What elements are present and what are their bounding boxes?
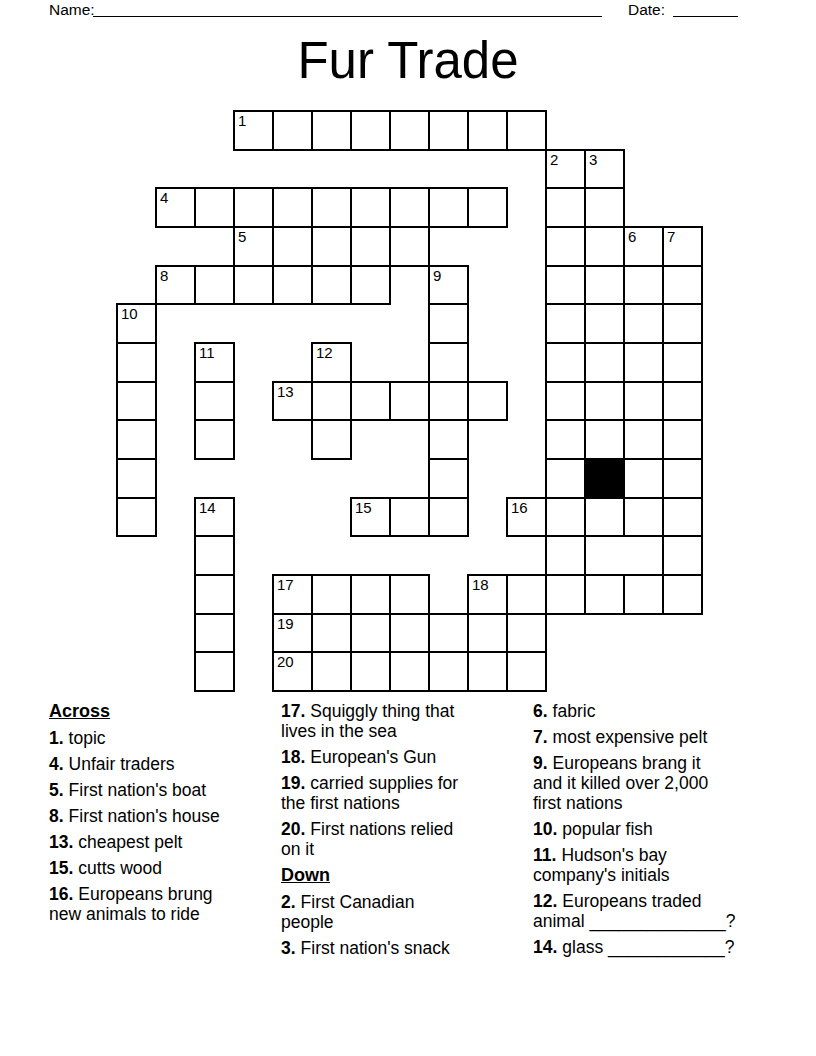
grid-cell[interactable]: 10 (116, 303, 157, 344)
grid-cell[interactable] (116, 419, 157, 460)
grid-cell[interactable] (194, 265, 235, 306)
clue-number: 5. (49, 780, 64, 800)
grid-cell[interactable] (311, 381, 352, 422)
grid-cell[interactable]: 7 (662, 226, 703, 267)
clue-number: 17. (281, 701, 305, 721)
grid-cell[interactable]: 16 (506, 497, 547, 538)
grid-cell[interactable] (506, 574, 547, 615)
grid-cell[interactable] (389, 226, 430, 267)
grid-cell[interactable] (623, 381, 664, 422)
grid-cell[interactable] (311, 574, 352, 615)
grid-cell[interactable] (350, 613, 391, 654)
grid-cell[interactable] (662, 419, 703, 460)
grid-cell[interactable] (116, 458, 157, 499)
grid-cell[interactable] (311, 226, 352, 267)
grid-cell[interactable] (662, 535, 703, 576)
grid-cell[interactable] (350, 110, 391, 151)
grid-cell[interactable]: 4 (155, 187, 196, 228)
grid-cell[interactable] (389, 613, 430, 654)
clue-text: Unfair traders (69, 754, 175, 774)
grid-cell[interactable] (545, 381, 586, 422)
cell-number: 15 (355, 500, 372, 515)
grid-cell[interactable]: 9 (428, 265, 469, 306)
grid-cell[interactable] (311, 613, 352, 654)
grid-cell[interactable] (350, 574, 391, 615)
grid-cell[interactable] (545, 458, 586, 499)
clue-across-4: 4.Unfair traders (49, 754, 284, 774)
grid-cell[interactable] (233, 265, 274, 306)
clue-number: 3. (281, 938, 296, 958)
clue-number: 20. (281, 819, 305, 839)
grid-cell[interactable] (584, 574, 625, 615)
grid-cell[interactable] (467, 381, 508, 422)
grid-cell[interactable] (545, 497, 586, 538)
cell-number: 17 (277, 577, 294, 592)
clue-down-2: 2.First Canadian people (281, 892, 529, 932)
grid-cell[interactable] (428, 497, 469, 538)
grid-cell[interactable] (428, 419, 469, 460)
grid-cell[interactable] (584, 497, 625, 538)
grid-cell[interactable] (116, 381, 157, 422)
grid-cell[interactable] (506, 110, 547, 151)
worksheet-page: Name: Date: Fur Trade 123456789101112131… (0, 0, 816, 1056)
clue-across-5: 5.First nation's boat (49, 780, 284, 800)
cell-number: 9 (433, 268, 441, 283)
grid-cell[interactable] (584, 342, 625, 383)
clue-across-1: 1.topic (49, 728, 284, 748)
clue-down-3: 3.First nation's snack (281, 938, 529, 958)
clue-text: First nation's snack (301, 938, 450, 958)
cell-number: 18 (472, 577, 489, 592)
grid-cell[interactable] (428, 458, 469, 499)
grid-cell[interactable] (389, 381, 430, 422)
grid-cell[interactable] (623, 574, 664, 615)
grid-cell[interactable]: 14 (194, 497, 235, 538)
cell-number: 2 (550, 152, 558, 167)
grid-cell[interactable]: 15 (350, 497, 391, 538)
clue-text: First nation's house (69, 806, 220, 826)
clue-number: 12. (533, 891, 557, 911)
grid-cell[interactable] (272, 110, 313, 151)
clue-down-14: 14.glass ____________? (533, 937, 765, 957)
clue-text: fabric (553, 701, 596, 721)
grid-cell[interactable] (584, 187, 625, 228)
cell-number: 11 (199, 345, 215, 360)
grid-cell[interactable] (272, 226, 313, 267)
grid-cell[interactable] (428, 342, 469, 383)
clue-column: Across1.topic4.Unfair traders5.First nat… (49, 701, 284, 930)
grid-cell[interactable] (350, 226, 391, 267)
cell-number: 4 (160, 190, 168, 205)
grid-cell[interactable] (662, 497, 703, 538)
clue-across-20: 20.First nations relied on it (281, 819, 529, 859)
clue-across-13: 13.cheapest pelt (49, 832, 284, 852)
grid-cell[interactable] (467, 651, 508, 692)
grid-cell[interactable] (662, 381, 703, 422)
grid-cell[interactable] (116, 342, 157, 383)
grid-cell[interactable]: 6 (623, 226, 664, 267)
grid-cell[interactable] (545, 303, 586, 344)
grid-cell[interactable]: 12 (311, 342, 352, 383)
crossword-grid: 1234567891011121314151617181920 (0, 0, 816, 700)
grid-cell[interactable]: 8 (155, 265, 196, 306)
grid-cell[interactable] (428, 381, 469, 422)
grid-cell[interactable] (311, 187, 352, 228)
grid-cell[interactable] (233, 187, 274, 228)
clue-text: Squiggly thing that lives in the sea (281, 701, 454, 741)
grid-cell[interactable] (623, 458, 664, 499)
grid-cell[interactable] (311, 265, 352, 306)
clue-across-18: 18.European's Gun (281, 747, 529, 767)
grid-cell[interactable] (428, 303, 469, 344)
clue-text: popular fish (562, 819, 652, 839)
grid-cell[interactable] (545, 535, 586, 576)
grid-cell[interactable] (662, 303, 703, 344)
grid-cell[interactable] (428, 651, 469, 692)
grid-cell[interactable] (584, 303, 625, 344)
clue-text: First nation's boat (69, 780, 207, 800)
grid-cell[interactable] (662, 265, 703, 306)
grid-cell[interactable] (389, 651, 430, 692)
grid-cell[interactable] (311, 651, 352, 692)
grid-cell[interactable]: 5 (233, 226, 274, 267)
cell-number: 1 (238, 113, 246, 128)
clue-across-15: 15.cutts wood (49, 858, 284, 878)
grid-cell[interactable] (623, 419, 664, 460)
clue-text: Europeans brang it and it killed over 2,… (533, 753, 708, 813)
clue-number: 18. (281, 747, 305, 767)
grid-cell[interactable] (194, 613, 235, 654)
grid-cell[interactable] (545, 419, 586, 460)
clue-text: First nations relied on it (281, 819, 453, 859)
clue-number: 16. (49, 884, 73, 904)
grid-cell[interactable] (311, 110, 352, 151)
clue-down-7: 7.most expensive pelt (533, 727, 765, 747)
grid-cell[interactable] (350, 265, 391, 306)
grid-cell[interactable] (311, 419, 352, 460)
across-clues-header: Across (49, 701, 284, 721)
cell-number: 10 (121, 306, 138, 321)
clue-number: 4. (49, 754, 64, 774)
cell-number: 5 (238, 229, 246, 244)
grid-cell[interactable] (467, 613, 508, 654)
grid-cell[interactable] (506, 651, 547, 692)
clue-down-12: 12.Europeans traded animal _____________… (533, 891, 765, 931)
clue-text: most expensive pelt (553, 727, 708, 747)
grid-cell[interactable] (545, 342, 586, 383)
clue-column: 17.Squiggly thing that lives in the sea1… (281, 701, 529, 964)
clue-number: 19. (281, 773, 305, 793)
grid-cell[interactable]: 1 (233, 110, 274, 151)
grid-cell[interactable]: 13 (272, 381, 313, 422)
grid-cell[interactable] (506, 613, 547, 654)
clue-across-19: 19.carried supplies for the first nation… (281, 773, 529, 813)
clue-text: carried supplies for the first nations (281, 773, 458, 813)
clue-number: 2. (281, 892, 296, 912)
grid-cell[interactable] (545, 226, 586, 267)
clue-down-10: 10.popular fish (533, 819, 765, 839)
black-cell (584, 458, 625, 499)
grid-cell[interactable] (545, 187, 586, 228)
clue-number: 9. (533, 753, 548, 773)
grid-cell[interactable] (194, 574, 235, 615)
cell-number: 7 (667, 229, 675, 244)
clue-text: cheapest pelt (78, 832, 182, 852)
grid-cell[interactable] (623, 497, 664, 538)
grid-cell[interactable] (584, 419, 625, 460)
cell-number: 8 (160, 268, 168, 283)
grid-cell[interactable] (389, 497, 430, 538)
grid-cell[interactable] (389, 110, 430, 151)
clue-number: 1. (49, 728, 64, 748)
grid-cell[interactable] (584, 226, 625, 267)
grid-cell[interactable] (272, 265, 313, 306)
clue-number: 10. (533, 819, 557, 839)
grid-cell[interactable] (584, 265, 625, 306)
clue-text: topic (69, 728, 106, 748)
grid-cell[interactable] (194, 419, 235, 460)
grid-cell[interactable] (350, 651, 391, 692)
grid-cell[interactable] (584, 535, 625, 576)
grid-cell[interactable] (467, 110, 508, 151)
cell-number: 3 (589, 152, 597, 167)
clue-number: 14. (533, 937, 557, 957)
grid-cell[interactable] (623, 265, 664, 306)
clue-across-8: 8.First nation's house (49, 806, 284, 826)
grid-cell[interactable] (662, 574, 703, 615)
grid-cell[interactable] (428, 613, 469, 654)
cell-number: 6 (628, 229, 636, 244)
cell-number: 16 (511, 500, 528, 515)
clue-down-6: 6.fabric (533, 701, 765, 721)
grid-cell[interactable] (428, 110, 469, 151)
grid-cell[interactable] (389, 574, 430, 615)
grid-cell[interactable] (194, 535, 235, 576)
cell-number: 13 (277, 384, 294, 399)
grid-cell[interactable] (545, 574, 586, 615)
grid-cell[interactable] (545, 265, 586, 306)
grid-cell[interactable]: 17 (272, 574, 313, 615)
clue-number: 13. (49, 832, 73, 852)
grid-cell[interactable] (428, 187, 469, 228)
grid-cell[interactable] (389, 187, 430, 228)
down-clues-header: Down (281, 865, 529, 885)
clue-number: 6. (533, 701, 548, 721)
clue-text: European's Gun (310, 747, 436, 767)
clue-down-9: 9.Europeans brang it and it killed over … (533, 753, 765, 813)
clue-column: 6.fabric7.most expensive pelt9.Europeans… (533, 701, 765, 963)
cell-number: 14 (199, 500, 216, 515)
clue-text: Europeans traded animal ______________? (533, 891, 735, 931)
grid-cell[interactable]: 11 (194, 342, 235, 383)
grid-cell[interactable]: 19 (272, 613, 313, 654)
grid-cell[interactable]: 18 (467, 574, 508, 615)
cell-number: 19 (277, 616, 294, 631)
clue-text: First Canadian people (281, 892, 414, 932)
grid-cell[interactable] (662, 458, 703, 499)
grid-cell[interactable] (467, 187, 508, 228)
grid-cell[interactable]: 2 (545, 149, 586, 190)
grid-cell[interactable] (194, 651, 235, 692)
clue-number: 7. (533, 727, 548, 747)
clue-text: cutts wood (78, 858, 162, 878)
clue-text: Europeans brung new animals to ride (49, 884, 213, 924)
clue-text: glass ____________? (562, 937, 734, 957)
grid-cell[interactable] (623, 303, 664, 344)
grid-cell[interactable] (116, 497, 157, 538)
clue-number: 15. (49, 858, 73, 878)
grid-cell[interactable] (623, 535, 664, 576)
clue-across-17: 17.Squiggly thing that lives in the sea (281, 701, 529, 741)
clue-number: 11. (533, 845, 556, 865)
clue-number: 8. (49, 806, 64, 826)
grid-cell[interactable] (272, 187, 313, 228)
clue-down-11: 11.Hudson's bay company's initials (533, 845, 765, 885)
cell-number: 20 (277, 654, 294, 669)
grid-cell[interactable]: 3 (584, 149, 625, 190)
grid-cell[interactable]: 20 (272, 651, 313, 692)
grid-cell[interactable] (623, 342, 664, 383)
grid-cell[interactable] (350, 381, 391, 422)
grid-cell[interactable] (584, 381, 625, 422)
grid-cell[interactable] (194, 381, 235, 422)
grid-cell[interactable] (350, 187, 391, 228)
cell-number: 12 (316, 345, 333, 360)
grid-cell[interactable] (662, 342, 703, 383)
clue-across-16: 16.Europeans brung new animals to ride (49, 884, 284, 924)
grid-cell[interactable] (194, 187, 235, 228)
